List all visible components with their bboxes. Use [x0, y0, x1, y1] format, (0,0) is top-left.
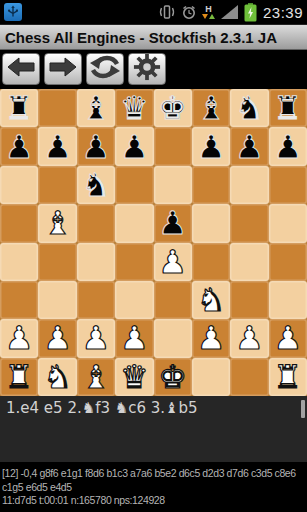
move-list-text: 1.e4 e5 2.♞f3 ♞c6 3.♝b5 — [6, 399, 198, 417]
square-g5[interactable] — [230, 204, 268, 242]
white-pawn: ♟ — [158, 246, 187, 278]
square-c5[interactable] — [77, 204, 115, 242]
square-d3[interactable] — [115, 281, 153, 319]
square-b2[interactable]: ♟ — [38, 319, 76, 357]
square-a6[interactable] — [0, 166, 38, 204]
back-button[interactable] — [2, 53, 40, 85]
black-bishop: ♝ — [197, 92, 226, 124]
vibrate-icon — [158, 4, 176, 20]
black-rook: ♜ — [5, 92, 34, 124]
black-king: ♚ — [158, 92, 187, 124]
square-b5[interactable]: ♝ — [38, 204, 76, 242]
white-bishop: ♝ — [82, 361, 111, 393]
move-list-scrollbar[interactable] — [301, 400, 305, 418]
engine-pv-line-1: [12] -0,4 g8f6 e1g1 f8d6 b1c3 a7a6 b5e2 … — [2, 467, 305, 481]
hspa-traffic-icon: H — [202, 5, 215, 19]
square-b3[interactable] — [38, 281, 76, 319]
square-c8[interactable]: ♝ — [77, 89, 115, 127]
white-pawn: ♟ — [43, 322, 72, 354]
black-pawn: ♟ — [158, 207, 187, 239]
square-c6[interactable]: ♞ — [77, 166, 115, 204]
square-d2[interactable]: ♟ — [115, 319, 153, 357]
black-pawn: ♟ — [43, 131, 72, 163]
settings-button[interactable] — [128, 53, 166, 85]
forward-button[interactable] — [44, 53, 82, 85]
square-g4[interactable] — [230, 243, 268, 281]
square-d4[interactable] — [115, 243, 153, 281]
white-pawn: ♟ — [120, 322, 149, 354]
square-a5[interactable] — [0, 204, 38, 242]
black-knight: ♞ — [82, 169, 111, 201]
white-pawn: ♟ — [82, 322, 111, 354]
status-clock: 23:39 — [263, 4, 303, 21]
white-rook: ♜ — [5, 361, 34, 393]
square-a1[interactable]: ♜ — [0, 358, 38, 396]
square-b1[interactable]: ♞ — [38, 358, 76, 396]
move-list[interactable]: 1.e4 e5 2.♞f3 ♞c6 3.♝b5 — [0, 396, 307, 462]
square-g3[interactable] — [230, 281, 268, 319]
white-pawn: ♟ — [235, 322, 264, 354]
square-f7[interactable]: ♟ — [192, 127, 230, 165]
square-c3[interactable] — [77, 281, 115, 319]
square-f6[interactable] — [192, 166, 230, 204]
battery-charging-icon — [244, 3, 257, 22]
white-king: ♚ — [158, 361, 187, 393]
black-pawn: ♟ — [197, 131, 226, 163]
square-a2[interactable]: ♟ — [0, 319, 38, 357]
square-f1[interactable] — [192, 358, 230, 396]
square-e3[interactable] — [154, 281, 192, 319]
square-f2[interactable]: ♟ — [192, 319, 230, 357]
square-g2[interactable]: ♟ — [230, 319, 268, 357]
black-pawn: ♟ — [82, 131, 111, 163]
square-g6[interactable] — [230, 166, 268, 204]
title-bar: Chess All Engines - Stockfish 2.3.1 JA — [0, 25, 307, 50]
app-title: Chess All Engines - Stockfish 2.3.1 JA — [5, 29, 277, 46]
usb-icon — [4, 3, 22, 21]
square-e6[interactable] — [154, 166, 192, 204]
white-pawn: ♟ — [273, 322, 302, 354]
square-g7[interactable]: ♟ — [230, 127, 268, 165]
square-e5[interactable]: ♟ — [154, 204, 192, 242]
black-pawn: ♟ — [120, 131, 149, 163]
square-a4[interactable] — [0, 243, 38, 281]
app-screen: H 23:39 Chess All Engines - Stockfish 2.… — [0, 0, 307, 512]
square-h2[interactable]: ♟ — [269, 319, 307, 357]
status-bar: H 23:39 — [0, 0, 307, 25]
black-rook: ♜ — [273, 92, 302, 124]
black-pawn: ♟ — [5, 131, 34, 163]
chess-board[interactable]: ♜♝♛♚♝♞♜♟♟♟♟♟♟♟♞♝♟♟♞♟♟♟♟♟♟♟♜♞♝♛♚♜ — [0, 89, 307, 396]
white-bishop: ♝ — [43, 207, 72, 239]
white-knight: ♞ — [43, 361, 72, 393]
square-f5[interactable] — [192, 204, 230, 242]
engine-pv-line-2: c1g5 e6d5 e4d5 — [2, 481, 305, 495]
square-e7[interactable] — [154, 127, 192, 165]
white-pawn: ♟ — [5, 322, 34, 354]
white-queen: ♛ — [120, 361, 149, 393]
square-e1[interactable]: ♚ — [154, 358, 192, 396]
square-d1[interactable]: ♛ — [115, 358, 153, 396]
square-c2[interactable]: ♟ — [77, 319, 115, 357]
black-pawn: ♟ — [273, 131, 302, 163]
black-bishop: ♝ — [82, 92, 111, 124]
square-a7[interactable]: ♟ — [0, 127, 38, 165]
square-g1[interactable] — [230, 358, 268, 396]
square-c4[interactable] — [77, 243, 115, 281]
white-pawn: ♟ — [197, 322, 226, 354]
square-e8[interactable]: ♚ — [154, 89, 192, 127]
back-arrow-icon — [6, 55, 36, 83]
square-e2[interactable] — [154, 319, 192, 357]
black-knight: ♞ — [235, 92, 264, 124]
square-a3[interactable] — [0, 281, 38, 319]
square-b8[interactable] — [38, 89, 76, 127]
square-f3[interactable]: ♞ — [192, 281, 230, 319]
white-rook: ♜ — [273, 361, 302, 393]
square-c1[interactable]: ♝ — [77, 358, 115, 396]
square-b7[interactable]: ♟ — [38, 127, 76, 165]
swap-sides-button[interactable] — [86, 53, 124, 85]
square-h4[interactable] — [269, 243, 307, 281]
signal-strength-icon — [221, 5, 238, 19]
white-knight: ♞ — [197, 284, 226, 316]
square-h8[interactable]: ♜ — [269, 89, 307, 127]
square-h5[interactable] — [269, 204, 307, 242]
square-d7[interactable]: ♟ — [115, 127, 153, 165]
square-d5[interactable] — [115, 204, 153, 242]
forward-arrow-icon — [48, 55, 78, 83]
toolbar — [0, 50, 307, 89]
square-f8[interactable]: ♝ — [192, 89, 230, 127]
square-b6[interactable] — [38, 166, 76, 204]
square-a8[interactable]: ♜ — [0, 89, 38, 127]
swap-arrows-icon — [89, 53, 121, 85]
square-d8[interactable]: ♛ — [115, 89, 153, 127]
square-c7[interactable]: ♟ — [77, 127, 115, 165]
square-b4[interactable] — [38, 243, 76, 281]
square-g8[interactable]: ♞ — [230, 89, 268, 127]
square-h7[interactable]: ♟ — [269, 127, 307, 165]
alarm-clock-icon — [181, 4, 197, 20]
black-queen: ♛ — [120, 92, 149, 124]
engine-output-panel: [12] -0,4 g8f6 e1g1 f8d6 b1c3 a7a6 b5e2 … — [0, 462, 307, 512]
gear-icon — [133, 53, 161, 85]
square-f4[interactable] — [192, 243, 230, 281]
black-pawn: ♟ — [235, 131, 264, 163]
engine-stats-line: 11:d7d5 t:00:01 n:165780 nps:124928 — [2, 494, 305, 508]
square-h6[interactable] — [269, 166, 307, 204]
square-h3[interactable] — [269, 281, 307, 319]
square-h1[interactable]: ♜ — [269, 358, 307, 396]
square-e4[interactable]: ♟ — [154, 243, 192, 281]
square-d6[interactable] — [115, 166, 153, 204]
